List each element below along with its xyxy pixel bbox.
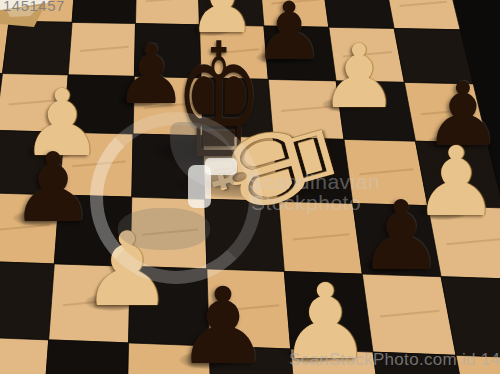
board-square (209, 346, 298, 374)
board-square (3, 21, 73, 75)
board-square (264, 26, 336, 81)
board-square (394, 29, 473, 84)
board-square (322, 0, 394, 29)
board-square (336, 81, 415, 141)
board-square (127, 343, 212, 374)
board-square (0, 131, 64, 196)
board-square (43, 340, 129, 374)
board-square (284, 272, 373, 353)
board-square (0, 261, 54, 340)
chessboard (0, 0, 500, 374)
board-square (205, 199, 284, 271)
board-square (198, 0, 264, 26)
board-square (456, 355, 500, 374)
board-square (134, 24, 201, 78)
board-square (132, 134, 205, 199)
board-square (201, 78, 273, 138)
board-square (260, 0, 329, 27)
board-square (0, 337, 49, 374)
board-square (54, 195, 132, 266)
board-square (136, 0, 200, 25)
board-square (362, 274, 456, 355)
board-square (72, 0, 137, 24)
board-square (129, 266, 210, 346)
board-square (64, 75, 134, 134)
board-square (291, 349, 385, 374)
board-square (416, 141, 500, 208)
board-square (273, 138, 353, 204)
stock-photo-stage: ♟♟♟♟♟♟♚♚♟♟♟♟♟♟ 1451457 Scandinavian Stoc… (0, 0, 500, 374)
board-square (353, 204, 441, 277)
